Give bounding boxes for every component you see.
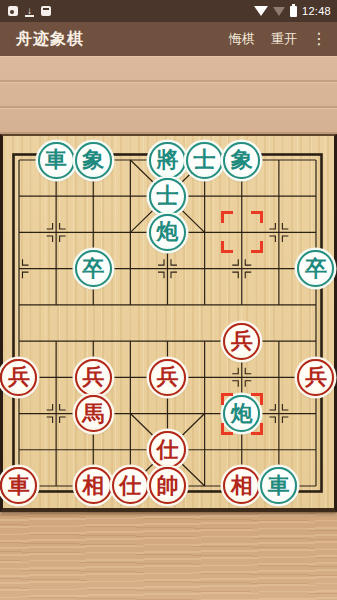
piece-red[interactable]: 相 — [75, 467, 112, 504]
piece-red[interactable]: 帥 — [149, 467, 186, 504]
board-point[interactable]: 仕 — [112, 468, 149, 504]
piece-red[interactable]: 兵 — [297, 359, 334, 396]
app-notification-icon — [41, 6, 51, 16]
battery-icon — [290, 6, 297, 17]
board-point[interactable]: 兵 — [149, 359, 186, 395]
app-bar: 舟迹象棋 悔棋 重开 ⋮ — [0, 22, 337, 56]
piece-red[interactable]: 兵 — [223, 323, 260, 360]
piece-black[interactable]: 象 — [223, 142, 260, 179]
overflow-menu-button[interactable]: ⋮ — [305, 25, 337, 53]
board-point[interactable]: 相 — [75, 468, 112, 504]
board-point[interactable]: 車 — [38, 142, 75, 178]
board-point[interactable]: 炮 — [223, 395, 260, 431]
table-wood-top — [0, 56, 337, 134]
board-point[interactable]: 仕 — [149, 432, 186, 468]
app-title: 舟迹象棋 — [16, 29, 84, 50]
board-point[interactable]: 卒 — [297, 251, 334, 287]
table-wood-bottom — [0, 512, 337, 600]
status-bar: ↓ 12:48 — [0, 0, 337, 22]
piece-black[interactable]: 將 — [149, 142, 186, 179]
piece-red[interactable]: 仕 — [149, 431, 186, 468]
board-point[interactable]: 士 — [149, 178, 186, 214]
piece-red[interactable]: 馬 — [75, 395, 112, 432]
piece-black[interactable]: 象 — [75, 142, 112, 179]
image-notification-icon — [8, 6, 18, 16]
notification-icons: ↓ — [8, 6, 51, 17]
piece-red[interactable]: 車 — [0, 467, 37, 504]
piece-black[interactable]: 車 — [260, 467, 297, 504]
status-time: 12:48 — [302, 5, 331, 17]
piece-black[interactable]: 卒 — [297, 250, 334, 287]
board-point[interactable]: 車 — [0, 468, 37, 504]
piece-black[interactable]: 卒 — [75, 250, 112, 287]
board-point[interactable]: 士 — [186, 142, 223, 178]
piece-red[interactable]: 兵 — [149, 359, 186, 396]
board-point[interactable]: 兵 — [297, 359, 334, 395]
board-point[interactable]: 將 — [149, 142, 186, 178]
board-point[interactable]: 馬 — [75, 395, 112, 431]
board-point[interactable]: 象 — [75, 142, 112, 178]
board-point[interactable]: 車 — [260, 468, 297, 504]
no-sim-icon — [273, 7, 285, 16]
board-point[interactable]: 相 — [223, 468, 260, 504]
board-point[interactable]: 兵 — [0, 359, 37, 395]
board-point[interactable]: 帥 — [149, 468, 186, 504]
piece-black[interactable]: 士 — [186, 142, 223, 179]
piece-red[interactable]: 兵 — [0, 359, 37, 396]
piece-black[interactable]: 炮 — [149, 214, 186, 251]
xiangqi-board[interactable]: 車象將士象士炮卒卒兵兵兵兵兵馬炮仕車相仕帥相車 — [0, 142, 334, 504]
board-point[interactable]: 兵 — [223, 323, 260, 359]
last-move-from-marker — [223, 214, 260, 250]
board-point[interactable]: 卒 — [75, 251, 112, 287]
piece-black[interactable]: 車 — [38, 142, 75, 179]
piece-black[interactable]: 士 — [149, 178, 186, 215]
undo-move-button[interactable]: 悔棋 — [221, 22, 263, 56]
piece-black[interactable]: 炮 — [223, 395, 260, 432]
board-point[interactable]: 象 — [223, 142, 260, 178]
board-point[interactable]: 炮 — [149, 214, 186, 250]
piece-red[interactable]: 兵 — [75, 359, 112, 396]
board-point[interactable]: 兵 — [75, 359, 112, 395]
wifi-icon — [254, 6, 268, 16]
download-notification-icon: ↓ — [25, 6, 34, 17]
restart-game-button[interactable]: 重开 — [263, 22, 305, 56]
piece-red[interactable]: 相 — [223, 467, 260, 504]
piece-red[interactable]: 仕 — [112, 467, 149, 504]
